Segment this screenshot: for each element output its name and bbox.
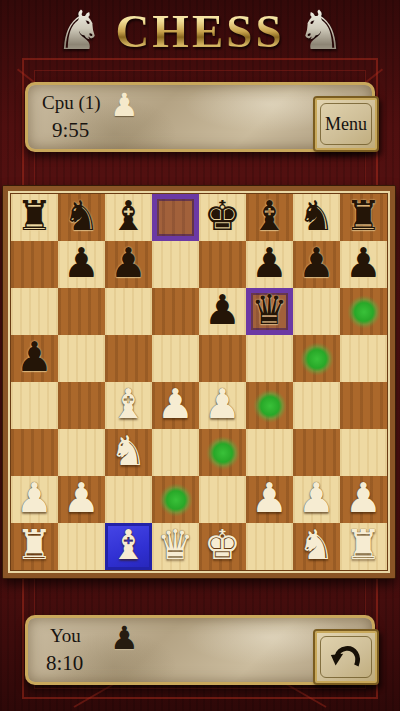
- square-b2[interactable]: ♟: [58, 476, 105, 523]
- white-bishop-c4[interactable]: ♝: [110, 384, 147, 425]
- square-h8[interactable]: ♜: [340, 194, 387, 241]
- square-c5[interactable]: [105, 335, 152, 382]
- square-b1[interactable]: [58, 523, 105, 570]
- square-b4[interactable]: [58, 382, 105, 429]
- black-pawn-h7[interactable]: ♟: [345, 243, 382, 284]
- white-knight-c3[interactable]: ♞: [110, 431, 147, 472]
- black-knight-b8[interactable]: ♞: [63, 196, 100, 237]
- white-knight-g1[interactable]: ♞: [298, 525, 335, 566]
- square-a8[interactable]: ♜: [11, 194, 58, 241]
- square-b8[interactable]: ♞: [58, 194, 105, 241]
- square-f8[interactable]: ♝: [246, 194, 293, 241]
- square-h3[interactable]: [340, 429, 387, 476]
- you-player-panel: You ♟ 8:10: [25, 615, 375, 685]
- square-f1[interactable]: [246, 523, 293, 570]
- black-pawn-c7[interactable]: ♟: [110, 243, 147, 284]
- chess-board: ♜♞♝♚♝♞♜♟♟♟♟♟♟♛♟♝♟♟♞♟♟♟♟♟♜♝♛♚♞♜: [2, 185, 396, 579]
- square-a2[interactable]: ♟: [11, 476, 58, 523]
- square-c4[interactable]: ♝: [105, 382, 152, 429]
- square-g2[interactable]: ♟: [293, 476, 340, 523]
- cpu-player-panel: Cpu (1) ♟ 9:55 Menu: [25, 82, 375, 152]
- black-pawn-b7[interactable]: ♟: [63, 243, 100, 284]
- white-queen-d1[interactable]: ♛: [157, 525, 194, 566]
- square-f7[interactable]: ♟: [246, 241, 293, 288]
- legal-move-dot-g5[interactable]: [300, 342, 334, 376]
- square-a4[interactable]: [11, 382, 58, 429]
- menu-button-label: Menu: [325, 114, 367, 135]
- square-e6[interactable]: ♟: [199, 288, 246, 335]
- square-a5[interactable]: ♟: [11, 335, 58, 382]
- square-c1[interactable]: ♝: [105, 523, 152, 570]
- white-pawn-b2[interactable]: ♟: [63, 478, 100, 519]
- square-b7[interactable]: ♟: [58, 241, 105, 288]
- square-g8[interactable]: ♞: [293, 194, 340, 241]
- menu-button[interactable]: Menu: [313, 96, 379, 152]
- square-f2[interactable]: ♟: [246, 476, 293, 523]
- square-a6[interactable]: [11, 288, 58, 335]
- black-pawn-g7[interactable]: ♟: [298, 243, 335, 284]
- square-a1[interactable]: ♜: [11, 523, 58, 570]
- square-b5[interactable]: [58, 335, 105, 382]
- square-d7[interactable]: [152, 241, 199, 288]
- square-h4[interactable]: [340, 382, 387, 429]
- square-d3[interactable]: [152, 429, 199, 476]
- square-c7[interactable]: ♟: [105, 241, 152, 288]
- black-pawn-e6[interactable]: ♟: [204, 290, 241, 331]
- square-c8[interactable]: ♝: [105, 194, 152, 241]
- cpu-clock: 9:55: [52, 118, 89, 143]
- you-player-name: You: [50, 625, 81, 647]
- black-knight-g8[interactable]: ♞: [298, 196, 335, 237]
- black-bishop-c8[interactable]: ♝: [110, 196, 147, 237]
- black-pawn-f7[interactable]: ♟: [251, 243, 288, 284]
- white-pawn-icon: ♟: [110, 89, 139, 121]
- chess-board-grid: ♜♞♝♚♝♞♜♟♟♟♟♟♟♛♟♝♟♟♞♟♟♟♟♟♜♝♛♚♞♜: [11, 194, 387, 570]
- square-c6[interactable]: [105, 288, 152, 335]
- white-king-e1[interactable]: ♚: [204, 525, 241, 566]
- legal-move-dot-d2[interactable]: [159, 483, 193, 517]
- square-e3[interactable]: [199, 429, 246, 476]
- square-c2[interactable]: [105, 476, 152, 523]
- white-rook-a1[interactable]: ♜: [16, 525, 53, 566]
- white-pawn-a2[interactable]: ♟: [16, 478, 53, 519]
- square-e7[interactable]: [199, 241, 246, 288]
- black-queen-f6[interactable]: ♛: [251, 290, 288, 331]
- square-e2[interactable]: [199, 476, 246, 523]
- square-h2[interactable]: ♟: [340, 476, 387, 523]
- black-rook-a8[interactable]: ♜: [16, 196, 53, 237]
- square-a3[interactable]: [11, 429, 58, 476]
- you-clock: 8:10: [46, 651, 83, 676]
- white-pawn-h2[interactable]: ♟: [345, 478, 382, 519]
- square-b3[interactable]: [58, 429, 105, 476]
- black-pawn-a5[interactable]: ♟: [16, 337, 53, 378]
- square-e8[interactable]: ♚: [199, 194, 246, 241]
- white-bishop-c1[interactable]: ♝: [110, 525, 147, 566]
- square-g4[interactable]: [293, 382, 340, 429]
- legal-move-dot-h6[interactable]: [347, 295, 381, 329]
- undo-arrow-icon: [327, 640, 365, 674]
- square-f3[interactable]: [246, 429, 293, 476]
- square-g3[interactable]: [293, 429, 340, 476]
- white-rook-h1[interactable]: ♜: [345, 525, 382, 566]
- app-title: CHESS: [115, 8, 284, 55]
- square-c3[interactable]: ♞: [105, 429, 152, 476]
- square-f6[interactable]: ♛: [246, 288, 293, 335]
- square-h5[interactable]: [340, 335, 387, 382]
- white-pawn-g2[interactable]: ♟: [298, 478, 335, 519]
- square-g1[interactable]: ♞: [293, 523, 340, 570]
- legal-move-dot-f4[interactable]: [253, 389, 287, 423]
- cpu-player-name: Cpu (1): [42, 92, 101, 114]
- square-d4[interactable]: ♟: [152, 382, 199, 429]
- black-pawn-icon: ♟: [110, 622, 139, 654]
- square-h6[interactable]: [340, 288, 387, 335]
- white-pawn-f2[interactable]: ♟: [251, 478, 288, 519]
- square-d6[interactable]: [152, 288, 199, 335]
- square-g6[interactable]: [293, 288, 340, 335]
- black-rook-h8[interactable]: ♜: [345, 196, 382, 237]
- undo-button[interactable]: [313, 629, 379, 685]
- square-f5[interactable]: [246, 335, 293, 382]
- knight-right-icon: ♞: [297, 4, 345, 58]
- square-h1[interactable]: ♜: [340, 523, 387, 570]
- square-g5[interactable]: [293, 335, 340, 382]
- square-e1[interactable]: ♚: [199, 523, 246, 570]
- square-e5[interactable]: [199, 335, 246, 382]
- white-pawn-e4[interactable]: ♟: [204, 384, 241, 425]
- square-d5[interactable]: [152, 335, 199, 382]
- square-a7[interactable]: [11, 241, 58, 288]
- square-b6[interactable]: [58, 288, 105, 335]
- square-d8[interactable]: [152, 194, 199, 241]
- square-d2[interactable]: [152, 476, 199, 523]
- black-king-e8[interactable]: ♚: [204, 196, 241, 237]
- white-pawn-d4[interactable]: ♟: [157, 384, 194, 425]
- square-g7[interactable]: ♟: [293, 241, 340, 288]
- square-h7[interactable]: ♟: [340, 241, 387, 288]
- legal-move-dot-e3[interactable]: [206, 436, 240, 470]
- square-f4[interactable]: [246, 382, 293, 429]
- black-bishop-f8[interactable]: ♝: [251, 196, 288, 237]
- square-e4[interactable]: ♟: [199, 382, 246, 429]
- square-d1[interactable]: ♛: [152, 523, 199, 570]
- title-bar: ♞ CHESS ♞: [0, 0, 400, 62]
- knight-left-icon: ♞: [55, 4, 103, 58]
